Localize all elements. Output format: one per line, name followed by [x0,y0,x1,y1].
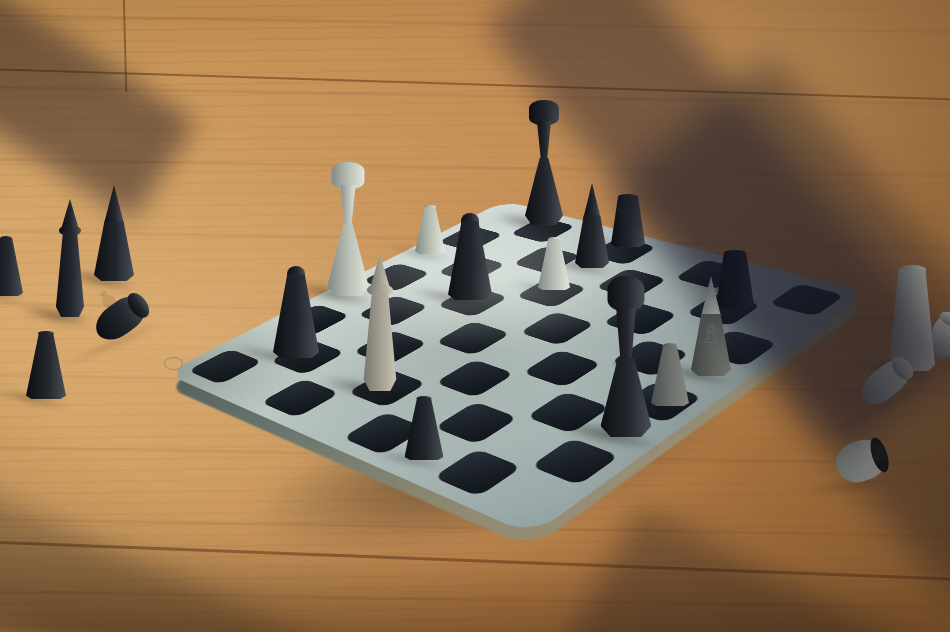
piece-black-knight-b2: ♞ [273,266,319,358]
piece-black-queen-offboard: ♛ [51,199,89,317]
piece-white-bishop-h5: ♗ [691,276,731,376]
slab-maker-stamp [164,357,183,370]
piece-black-bishop-d7: ♝ [575,183,609,268]
piece-black-knight-c5: ♞ [448,213,492,300]
piece-white-queen-d2: ♕ [358,254,402,391]
piece-black-rook-d8: ♜ [611,194,645,247]
piece-white-pawn-h4: ♙ [651,343,689,406]
piece-black-queen-h3: ♛ [600,276,653,437]
photo-scene: ♚♜♝♜♙♙♞♗♔♙♛♞♕♟♛♝♟♟♟♘♙♙♙ [0,0,950,632]
piece-black-pawn-offboard: ♟ [0,236,23,296]
piece-black-pawn-f1: ♟ [405,396,444,460]
piece-black-king-b8: ♚ [525,100,563,225]
piece-white-pawn-d6: ♙ [538,237,570,290]
piece-black-pawn-offboard: ♟ [26,331,66,399]
piece-black-bishop-offboard: ♝ [94,185,134,281]
piece-white-pawn-a6: ♙ [415,205,445,254]
